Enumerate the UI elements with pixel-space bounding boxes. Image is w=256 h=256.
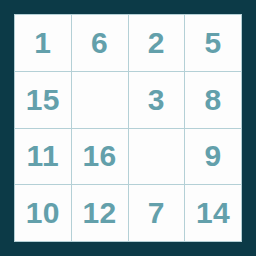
cell-r4c4[interactable]: 14 — [185, 185, 241, 241]
cell-r2c1[interactable]: 15 — [15, 72, 71, 128]
cell-r1c3[interactable]: 2 — [129, 15, 185, 71]
cell-r2c2-blank[interactable] — [72, 72, 128, 128]
cell-r3c3-blank[interactable] — [129, 129, 185, 185]
cell-r4c3[interactable]: 7 — [129, 185, 185, 241]
cell-r4c2[interactable]: 12 — [72, 185, 128, 241]
cell-r4c1[interactable]: 10 — [15, 185, 71, 241]
cell-r1c4[interactable]: 5 — [185, 15, 241, 71]
cell-r2c4[interactable]: 8 — [185, 72, 241, 128]
cell-r3c2[interactable]: 16 — [72, 129, 128, 185]
cell-r1c2[interactable]: 6 — [72, 15, 128, 71]
cell-r2c3[interactable]: 3 — [129, 72, 185, 128]
cell-r1c1[interactable]: 1 — [15, 15, 71, 71]
puzzle-background: 1 6 2 5 15 3 8 11 16 9 10 12 7 14 — [0, 0, 256, 256]
cell-r3c1[interactable]: 11 — [15, 129, 71, 185]
cell-r3c4[interactable]: 9 — [185, 129, 241, 185]
number-grid-board: 1 6 2 5 15 3 8 11 16 9 10 12 7 14 — [14, 14, 242, 242]
